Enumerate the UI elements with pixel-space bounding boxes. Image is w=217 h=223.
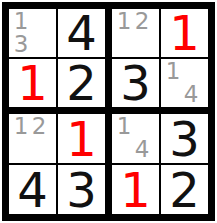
cell-r1c1[interactable]: 2 bbox=[58, 59, 105, 107]
cell-value: 4 bbox=[17, 166, 48, 214]
candidate-1: 1 bbox=[12, 10, 30, 33]
cell-value: 4 bbox=[66, 9, 97, 57]
pencil-marks: 12 bbox=[112, 9, 159, 57]
pencil-marks: 12 bbox=[9, 114, 56, 163]
candidate-3 bbox=[115, 33, 133, 54]
cell-r2c0[interactable]: 12 bbox=[9, 114, 56, 163]
cell-r1c2[interactable]: 3 bbox=[112, 59, 159, 107]
candidate-3 bbox=[115, 138, 133, 161]
cell-r3c3[interactable]: 2 bbox=[161, 165, 208, 214]
cell-r2c2[interactable]: 14 bbox=[112, 114, 159, 163]
candidate-4: 4 bbox=[182, 83, 200, 106]
candidate-3: 3 bbox=[12, 33, 30, 56]
cell-r1c0[interactable]: 1 bbox=[9, 59, 56, 107]
candidate-1: 1 bbox=[12, 115, 30, 138]
candidate-2 bbox=[30, 10, 48, 33]
candidate-4 bbox=[30, 138, 48, 160]
cell-r0c2[interactable]: 12 bbox=[112, 9, 159, 57]
pencil-marks: 14 bbox=[161, 59, 208, 107]
candidate-2 bbox=[182, 60, 200, 83]
cell-r1c3[interactable]: 14 bbox=[161, 59, 208, 107]
cell-value: 1 bbox=[66, 115, 97, 163]
candidate-2 bbox=[133, 115, 151, 138]
cell-value: 1 bbox=[120, 166, 151, 214]
pencil-marks: 14 bbox=[112, 114, 159, 163]
candidate-4: 4 bbox=[133, 138, 151, 161]
candidate-3 bbox=[164, 83, 182, 106]
candidate-4 bbox=[133, 33, 151, 54]
candidate-3 bbox=[12, 138, 30, 160]
cell-value: 2 bbox=[66, 59, 97, 107]
cell-value: 1 bbox=[169, 9, 200, 57]
cell-r3c1[interactable]: 3 bbox=[58, 165, 105, 214]
cell-value: 3 bbox=[169, 115, 200, 163]
cell-r0c1[interactable]: 4 bbox=[58, 9, 105, 57]
cell-r2c1[interactable]: 1 bbox=[58, 114, 105, 163]
candidate-2: 2 bbox=[133, 10, 151, 33]
cell-value: 2 bbox=[169, 166, 200, 214]
cell-r2c3[interactable]: 3 bbox=[161, 114, 208, 163]
cell-value: 3 bbox=[66, 166, 97, 214]
candidate-1: 1 bbox=[115, 10, 133, 33]
sudoku-board: 134121123141211434312 bbox=[2, 2, 215, 221]
cell-r3c0[interactable]: 4 bbox=[9, 165, 56, 214]
cell-r3c2[interactable]: 1 bbox=[112, 165, 159, 214]
cell-value: 3 bbox=[120, 59, 151, 107]
candidate-1: 1 bbox=[164, 60, 182, 83]
candidate-2: 2 bbox=[30, 115, 48, 138]
candidate-1: 1 bbox=[115, 115, 133, 138]
cell-r0c0[interactable]: 13 bbox=[9, 9, 56, 57]
cell-value: 1 bbox=[17, 59, 48, 107]
cell-r0c3[interactable]: 1 bbox=[161, 9, 208, 57]
candidate-4 bbox=[30, 33, 48, 56]
pencil-marks: 13 bbox=[9, 9, 56, 57]
page-background: 134121123141211434312 bbox=[0, 0, 217, 223]
